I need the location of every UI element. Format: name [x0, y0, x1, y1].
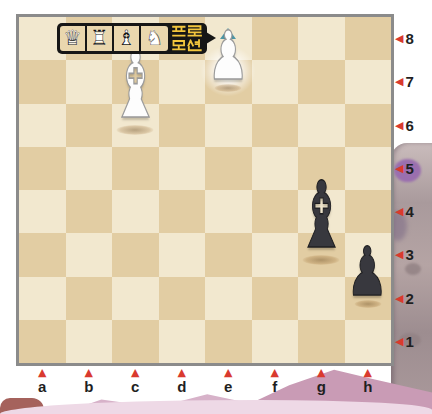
queen-icon-outline: ♕ [60, 26, 85, 51]
square-c4[interactable] [112, 190, 159, 233]
rank-number: 3 [405, 247, 413, 262]
file-label-g: ▲g [298, 365, 345, 399]
square-e1[interactable] [205, 320, 252, 363]
file-letter: e [224, 379, 232, 394]
square-f3[interactable] [252, 233, 299, 276]
promotion-options: ♛♕♜♖♝♗♞♘ [60, 26, 168, 51]
rank-label-6: ◀6 [395, 104, 431, 147]
square-e5[interactable] [205, 147, 252, 190]
square-g1[interactable] [298, 320, 345, 363]
file-label-a: ▲a [19, 365, 66, 399]
square-a4[interactable] [19, 190, 66, 233]
file-marker-triangle-icon: ▲ [364, 367, 372, 378]
file-marker-triangle-icon: ▲ [85, 367, 93, 378]
file-label-c: ▲c [112, 365, 159, 399]
rank-number: 5 [405, 161, 413, 176]
square-f1[interactable] [252, 320, 299, 363]
file-letter: d [177, 379, 186, 394]
rank-number: 1 [405, 334, 413, 349]
rank-number: 6 [405, 118, 413, 133]
square-c2[interactable] [112, 277, 159, 320]
square-f4[interactable] [252, 190, 299, 233]
rank-label-4: ◀4 [395, 190, 431, 233]
file-label-h: ▲h [345, 365, 392, 399]
file-letter: a [38, 379, 46, 394]
square-f2[interactable] [252, 277, 299, 320]
file-letter: b [84, 379, 93, 394]
file-marker-triangle-icon: ▲ [131, 367, 139, 378]
square-h7[interactable] [345, 60, 392, 103]
square-d7[interactable] [159, 60, 206, 103]
rank-label-3: ◀3 [395, 233, 431, 276]
bishop-icon-outline: ♗ [114, 26, 139, 51]
square-a1[interactable] [19, 320, 66, 363]
rank-number: 8 [405, 31, 413, 46]
rank-label-1: ◀1 [395, 320, 431, 363]
square-h1[interactable] [345, 320, 392, 363]
square-b6[interactable] [66, 104, 113, 147]
square-f6[interactable] [252, 104, 299, 147]
rank-label-2: ◀2 [395, 277, 431, 320]
rank-label-8: ◀8 [395, 17, 431, 60]
file-letter: g [317, 379, 326, 394]
square-b5[interactable] [66, 147, 113, 190]
square-h8[interactable] [345, 17, 392, 60]
rank-marker-triangle-icon: ◀ [395, 206, 403, 217]
square-d2[interactable] [159, 277, 206, 320]
square-e3[interactable] [205, 233, 252, 276]
rank-marker-triangle-icon: ◀ [395, 249, 403, 260]
file-label-d: ▲d [159, 365, 206, 399]
promotion-label-korean [172, 25, 202, 52]
file-label-e: ▲e [205, 365, 252, 399]
rank-marker-triangle-icon: ◀ [395, 163, 403, 174]
square-a7[interactable] [19, 60, 66, 103]
file-letter: c [131, 379, 139, 394]
black-bishop-g3[interactable]: ♝ [298, 179, 344, 265]
square-g6[interactable] [298, 104, 345, 147]
rank-marker-triangle-icon: ◀ [395, 120, 403, 131]
file-label-b: ▲b [66, 365, 113, 399]
rank-label-5: ◀5 [395, 147, 431, 190]
rank-label-7: ◀7 [395, 60, 431, 103]
square-b1[interactable] [66, 320, 113, 363]
rank-marker-triangle-icon: ◀ [395, 293, 403, 304]
square-c1[interactable] [112, 320, 159, 363]
square-d1[interactable] [159, 320, 206, 363]
square-c5[interactable] [112, 147, 159, 190]
file-marker-triangle-icon: ▲ [178, 367, 186, 378]
white-bishop-c6[interactable]: ♝ [112, 49, 158, 135]
file-marker-triangle-icon: ▲ [317, 367, 325, 378]
square-e6[interactable] [205, 104, 252, 147]
chess-lesson-screen: ◀8◀7◀6◀5◀4◀3◀2◀1 ▲a▲b▲c▲d▲e▲f▲g▲h ♛♕♜♖♝♗… [0, 0, 432, 414]
square-g8[interactable] [298, 17, 345, 60]
square-c3[interactable] [112, 233, 159, 276]
promote-knight-button[interactable]: ♞♘ [141, 26, 168, 51]
square-d6[interactable] [159, 104, 206, 147]
square-d4[interactable] [159, 190, 206, 233]
square-h4[interactable] [345, 190, 392, 233]
promote-bishop-button[interactable]: ♝♗ [114, 26, 141, 51]
black-pawn-h2[interactable]: ♟ [345, 246, 391, 308]
file-labels: ▲a▲b▲c▲d▲e▲f▲g▲h [19, 365, 391, 399]
rank-number: 4 [405, 204, 413, 219]
square-b3[interactable] [66, 233, 113, 276]
file-marker-triangle-icon: ▲ [224, 367, 232, 378]
square-a3[interactable] [19, 233, 66, 276]
square-d3[interactable] [159, 233, 206, 276]
square-a5[interactable] [19, 147, 66, 190]
square-a6[interactable] [19, 104, 66, 147]
square-b4[interactable] [66, 190, 113, 233]
rank-number: 2 [405, 291, 413, 306]
square-h6[interactable] [345, 104, 392, 147]
square-f7[interactable] [252, 60, 299, 103]
square-e2[interactable] [205, 277, 252, 320]
square-g2[interactable] [298, 277, 345, 320]
square-b2[interactable] [66, 277, 113, 320]
promote-rook-button[interactable]: ♜♖ [87, 26, 114, 51]
square-e4[interactable] [205, 190, 252, 233]
square-b7[interactable] [66, 60, 113, 103]
rook-icon-outline: ♖ [87, 26, 112, 51]
file-letter: f [272, 379, 277, 394]
promotion-popup: ♛♕♜♖♝♗♞♘ [57, 23, 207, 54]
promote-queen-button[interactable]: ♛♕ [60, 26, 87, 51]
square-g7[interactable] [298, 60, 345, 103]
square-h5[interactable] [345, 147, 392, 190]
mountain-haze [0, 400, 432, 414]
file-label-f: ▲f [252, 365, 299, 399]
file-marker-triangle-icon: ▲ [271, 367, 279, 378]
square-a2[interactable] [19, 277, 66, 320]
rank-marker-triangle-icon: ◀ [395, 336, 403, 347]
rank-marker-triangle-icon: ◀ [395, 33, 403, 44]
rank-labels: ◀8◀7◀6◀5◀4◀3◀2◀1 [395, 17, 431, 363]
square-f8[interactable] [252, 17, 299, 60]
promotion-popup-tail [206, 32, 216, 44]
rank-number: 7 [405, 74, 413, 89]
square-d5[interactable] [159, 147, 206, 190]
file-marker-triangle-icon: ▲ [38, 367, 46, 378]
rank-marker-triangle-icon: ◀ [395, 76, 403, 87]
knight-icon-outline: ♘ [141, 26, 168, 51]
pawn-glyph: ♟ [347, 238, 389, 308]
bishop-glyph: ♝ [295, 169, 347, 264]
square-f5[interactable] [252, 147, 299, 190]
file-letter: h [363, 379, 372, 394]
